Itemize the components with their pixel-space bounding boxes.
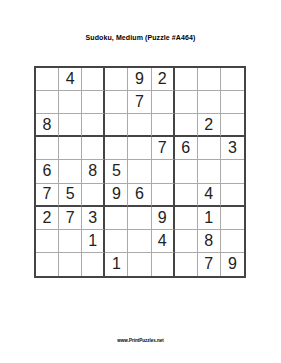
cell-r1c2-given: 4: [59, 68, 82, 91]
cell-r2c7-empty[interactable]: [175, 91, 198, 114]
cell-r7c7-empty[interactable]: [175, 207, 198, 230]
cell-r7c3-given: 3: [82, 207, 105, 230]
cell-r5c5-empty[interactable]: [128, 160, 151, 183]
cell-r8c8-given: 8: [198, 230, 221, 253]
footer-url: www.PrintPuzzles.net: [0, 338, 281, 343]
cell-r1c5-given: 9: [128, 68, 151, 91]
cell-r2c3-empty[interactable]: [82, 91, 105, 114]
cell-r4c6-given: 7: [152, 137, 175, 160]
cell-r2c1-empty[interactable]: [36, 91, 59, 114]
cell-r4c5-empty[interactable]: [128, 137, 151, 160]
cell-r3c3-empty[interactable]: [82, 114, 105, 137]
cell-r9c6-empty[interactable]: [152, 253, 175, 276]
cell-r3c9-empty[interactable]: [221, 114, 244, 137]
cell-r7c6-given: 9: [152, 207, 175, 230]
cell-r5c6-empty[interactable]: [152, 160, 175, 183]
cell-r2c9-empty[interactable]: [221, 91, 244, 114]
cell-r8c6-given: 4: [152, 230, 175, 253]
cell-r8c3-given: 1: [82, 230, 105, 253]
cell-r9c3-empty[interactable]: [82, 253, 105, 276]
cell-r6c7-empty[interactable]: [175, 184, 198, 207]
cell-r9c2-empty[interactable]: [59, 253, 82, 276]
cell-r5c8-empty[interactable]: [198, 160, 221, 183]
cell-r6c9-empty[interactable]: [221, 184, 244, 207]
cell-r9c5-empty[interactable]: [128, 253, 151, 276]
cell-r1c3-empty[interactable]: [82, 68, 105, 91]
cell-r5c2-empty[interactable]: [59, 160, 82, 183]
cell-r3c7-empty[interactable]: [175, 114, 198, 137]
cell-r5c7-empty[interactable]: [175, 160, 198, 183]
cell-r6c5-given: 6: [128, 184, 151, 207]
cell-r3c5-empty[interactable]: [128, 114, 151, 137]
cell-r8c7-empty[interactable]: [175, 230, 198, 253]
cell-r4c9-given: 3: [221, 137, 244, 160]
cell-r9c1-empty[interactable]: [36, 253, 59, 276]
cell-r9c7-empty[interactable]: [175, 253, 198, 276]
cell-r8c9-empty[interactable]: [221, 230, 244, 253]
cell-r8c5-empty[interactable]: [128, 230, 151, 253]
cell-r6c8-given: 4: [198, 184, 221, 207]
cell-r6c1-given: 7: [36, 184, 59, 207]
cell-r3c8-given: 2: [198, 114, 221, 137]
cell-r9c8-given: 7: [198, 253, 221, 276]
cell-r8c2-empty[interactable]: [59, 230, 82, 253]
cell-r6c6-empty[interactable]: [152, 184, 175, 207]
cell-r1c1-empty[interactable]: [36, 68, 59, 91]
cell-r1c7-empty[interactable]: [175, 68, 198, 91]
cell-r1c9-empty[interactable]: [221, 68, 244, 91]
cell-r6c4-given: 9: [105, 184, 128, 207]
sudoku-grid: 4927827636857596427391148179: [34, 66, 246, 278]
cell-r1c8-empty[interactable]: [198, 68, 221, 91]
cell-r5c3-given: 8: [82, 160, 105, 183]
cell-r4c7-given: 6: [175, 137, 198, 160]
cell-r7c1-given: 2: [36, 207, 59, 230]
cell-r4c3-empty[interactable]: [82, 137, 105, 160]
cell-r4c8-empty[interactable]: [198, 137, 221, 160]
cell-r7c4-empty[interactable]: [105, 207, 128, 230]
puzzle-title: Sudoku, Medium (Puzzle #A464): [0, 34, 281, 41]
cell-r3c4-empty[interactable]: [105, 114, 128, 137]
cell-r2c5-given: 7: [128, 91, 151, 114]
cell-r7c5-empty[interactable]: [128, 207, 151, 230]
cell-r6c2-given: 5: [59, 184, 82, 207]
cell-r5c9-empty[interactable]: [221, 160, 244, 183]
cell-r9c9-given: 9: [221, 253, 244, 276]
cell-r5c4-given: 5: [105, 160, 128, 183]
cell-r2c8-empty[interactable]: [198, 91, 221, 114]
cell-r2c6-empty[interactable]: [152, 91, 175, 114]
cell-r2c2-empty[interactable]: [59, 91, 82, 114]
cell-r1c4-empty[interactable]: [105, 68, 128, 91]
cell-r7c9-empty[interactable]: [221, 207, 244, 230]
cell-r1c6-given: 2: [152, 68, 175, 91]
cell-r4c1-empty[interactable]: [36, 137, 59, 160]
page: Sudoku, Medium (Puzzle #A464) 4927827636…: [0, 0, 281, 363]
cell-r7c2-given: 7: [59, 207, 82, 230]
cell-r8c4-empty[interactable]: [105, 230, 128, 253]
cell-r8c1-empty[interactable]: [36, 230, 59, 253]
cell-r5c1-given: 6: [36, 160, 59, 183]
cell-r7c8-given: 1: [198, 207, 221, 230]
cell-r3c1-given: 8: [36, 114, 59, 137]
cell-r2c4-empty[interactable]: [105, 91, 128, 114]
cell-r3c2-empty[interactable]: [59, 114, 82, 137]
cell-r6c3-empty[interactable]: [82, 184, 105, 207]
cell-r4c4-empty[interactable]: [105, 137, 128, 160]
cell-r4c2-empty[interactable]: [59, 137, 82, 160]
cell-r3c6-empty[interactable]: [152, 114, 175, 137]
cell-r9c4-given: 1: [105, 253, 128, 276]
